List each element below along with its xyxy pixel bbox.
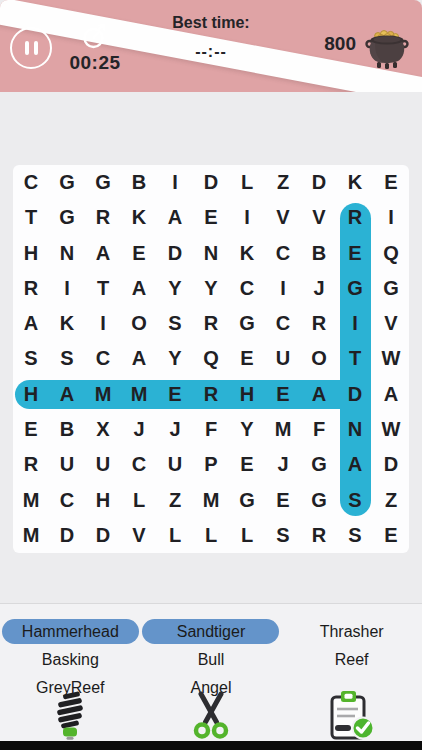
stopwatch-icon [81,22,109,50]
grid-cell[interactable]: L [193,518,229,553]
grid-cell[interactable]: Z [157,482,193,517]
grid-cell[interactable]: R [13,271,49,306]
grid-cell[interactable]: J [157,412,193,447]
grid-cell[interactable]: U [49,447,85,482]
score-value: 800 [324,33,356,55]
grid-cell[interactable]: T [85,271,121,306]
grid-cell[interactable]: B [301,236,337,271]
grid-cell[interactable]: D [49,518,85,553]
grid-cell[interactable]: A [301,377,337,412]
checklist-button[interactable] [326,690,378,742]
grid-cell[interactable]: L [157,518,193,553]
grid-cell[interactable]: A [13,306,49,341]
grid-cell[interactable]: R [85,200,121,235]
grid-cell[interactable]: S [337,482,373,517]
grid-cell[interactable]: I [337,306,373,341]
grid-cell[interactable]: A [121,271,157,306]
grid-cell[interactable]: R [337,200,373,235]
grid-cell[interactable]: K [337,165,373,200]
grid-cell[interactable]: H [85,482,121,517]
grid-cell[interactable]: Y [157,271,193,306]
grid-cell[interactable]: R [193,377,229,412]
scissors-button[interactable] [189,690,233,742]
grid-cell[interactable]: Y [157,341,193,376]
grid-cell[interactable]: I [85,306,121,341]
grid-cell[interactable]: U [157,447,193,482]
grid-cell[interactable]: G [373,271,409,306]
grid-cell[interactable]: G [301,447,337,482]
hint-bulb-button[interactable] [48,690,92,742]
grid-cell[interactable]: Q [373,236,409,271]
word-item-found: Sandtiger [142,619,279,644]
grid-cell[interactable]: A [49,377,85,412]
grid-cell[interactable]: A [121,341,157,376]
grid-cell[interactable]: D [193,165,229,200]
grid-cell[interactable]: B [121,165,157,200]
best-time: Best time: --:-- [131,14,291,61]
grid-cell[interactable]: G [49,200,85,235]
grid-cell[interactable]: E [373,518,409,553]
grid-cell[interactable]: U [265,341,301,376]
grid-cell[interactable]: F [193,412,229,447]
grid-cell[interactable]: F [301,412,337,447]
grid-cell[interactable]: E [229,447,265,482]
pause-button[interactable] [10,27,52,69]
word-item: Reef [335,647,369,672]
grid-cell[interactable]: J [265,447,301,482]
grid-cell[interactable]: B [49,412,85,447]
grid-cell[interactable]: T [13,200,49,235]
grid-cell[interactable]: M [13,482,49,517]
grid-cell[interactable]: D [337,377,373,412]
grid-cell[interactable]: G [229,482,265,517]
grid-cell[interactable]: Z [373,482,409,517]
word-panel: HammerheadSandtigerThrasherBaskingBullRe… [0,603,422,750]
grid-cell[interactable]: M [121,377,157,412]
grid-cell[interactable]: E [157,377,193,412]
scissors-icon [189,691,233,741]
grid-cell[interactable]: A [85,236,121,271]
word-list: HammerheadSandtigerThrasherBaskingBullRe… [0,617,422,701]
grid-cell[interactable]: J [301,271,337,306]
pause-icon [25,41,29,55]
grid-cell[interactable]: S [13,341,49,376]
word-item: Thrasher [320,619,384,644]
grid-cell[interactable]: V [265,200,301,235]
grid-cell[interactable]: M [85,377,121,412]
grid-cell[interactable]: A [157,200,193,235]
grid-cell[interactable]: V [121,518,157,553]
grid-cell[interactable]: E [229,341,265,376]
grid-cell[interactable]: A [337,447,373,482]
grid-cell[interactable]: L [229,165,265,200]
grid-cell[interactable]: I [157,165,193,200]
grid-cell[interactable]: C [13,165,49,200]
grid-cell[interactable]: D [157,236,193,271]
grid-cell[interactable]: I [265,271,301,306]
grid-cell[interactable]: C [265,306,301,341]
grid-cell[interactable]: K [49,306,85,341]
grid-cell[interactable]: C [229,271,265,306]
header: 00:25 Best time: --:-- 800 [0,0,422,92]
grid-cell[interactable]: L [121,482,157,517]
letter-grid: CGGBIDLZDKETGRKAEIVVRIHNAEDNKCBEQRITAYYC… [13,165,409,553]
grid-cell[interactable]: E [265,377,301,412]
word-item-found: Hammerhead [2,619,139,644]
grid-cell[interactable]: G [49,165,85,200]
grid-cell[interactable]: D [85,518,121,553]
grid-cell[interactable]: D [373,447,409,482]
grid-cell[interactable]: S [265,518,301,553]
grid-cell[interactable]: H [13,377,49,412]
grid-cell[interactable]: I [373,200,409,235]
best-time-label: Best time: [131,14,291,32]
best-time-value: --:-- [131,43,291,61]
grid-cell[interactable]: G [337,271,373,306]
grid-cell[interactable]: G [85,165,121,200]
grid-cell[interactable]: L [229,518,265,553]
grid-cell[interactable]: N [337,412,373,447]
pause-icon [34,41,38,55]
grid-cell[interactable]: K [121,200,157,235]
grid-cell[interactable]: H [13,236,49,271]
grid-cell[interactable]: R [13,447,49,482]
elapsed-time: 00:25 [58,52,132,74]
grid-cell[interactable]: E [373,165,409,200]
grid-cell[interactable]: R [193,306,229,341]
grid-cell[interactable]: U [85,447,121,482]
grid-cell[interactable]: O [301,341,337,376]
grid-cell[interactable]: O [121,306,157,341]
grid-cell[interactable]: W [373,412,409,447]
grid-cell[interactable]: I [49,271,85,306]
grid-cell[interactable]: P [193,447,229,482]
grid-cell[interactable]: C [85,341,121,376]
grid-cell[interactable]: E [265,482,301,517]
grid-cell[interactable]: N [193,236,229,271]
grid-cell[interactable]: E [13,412,49,447]
grid-cell[interactable]: A [373,377,409,412]
grid-cell[interactable]: C [265,236,301,271]
grid-cell[interactable]: W [373,341,409,376]
grid-cell[interactable]: J [121,412,157,447]
grid-cell[interactable]: S [337,518,373,553]
word-item: Basking [42,647,99,672]
checklist-icon [326,690,378,742]
word-grid: CGGBIDLZDKETGRKAEIVVRIHNAEDNKCBEQRITAYYC… [13,165,409,553]
grid-cell[interactable]: S [49,341,85,376]
hint-bulb-icon [48,691,92,741]
grid-cell[interactable]: Z [265,165,301,200]
grid-cell[interactable]: V [301,200,337,235]
grid-cell[interactable]: D [301,165,337,200]
grid-cell[interactable]: Y [193,271,229,306]
home-bar [0,741,422,750]
grid-cell[interactable]: G [229,306,265,341]
grid-cell[interactable]: E [121,236,157,271]
pot-of-gold-icon [364,22,410,70]
grid-cell[interactable]: C [49,482,85,517]
grid-cell[interactable]: S [157,306,193,341]
grid-cell[interactable]: E [193,200,229,235]
grid-cell[interactable]: I [229,200,265,235]
grid-cell[interactable]: E [337,236,373,271]
grid-cell[interactable]: X [85,412,121,447]
grid-cell[interactable]: Y [229,412,265,447]
elapsed-timer: 00:25 [58,22,132,74]
grid-cell[interactable]: V [373,306,409,341]
grid-cell[interactable]: K [229,236,265,271]
grid-cell[interactable]: G [301,482,337,517]
grid-cell[interactable]: M [193,482,229,517]
grid-cell[interactable]: R [301,518,337,553]
grid-cell[interactable]: M [13,518,49,553]
grid-cell[interactable]: N [49,236,85,271]
grid-cell[interactable]: R [301,306,337,341]
grid-cell[interactable]: M [265,412,301,447]
powerup-bar [0,690,422,742]
grid-cell[interactable]: H [229,377,265,412]
grid-cell[interactable]: Q [193,341,229,376]
grid-cell[interactable]: C [121,447,157,482]
word-item: Bull [198,647,225,672]
grid-cell[interactable]: T [337,341,373,376]
